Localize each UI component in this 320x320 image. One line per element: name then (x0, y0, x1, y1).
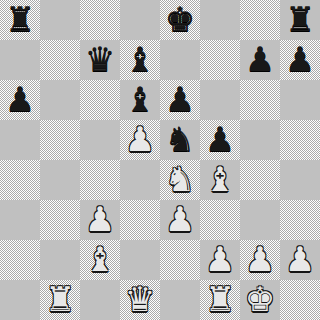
square-g6[interactable] (240, 80, 280, 120)
square-c7[interactable]: ♛ (80, 40, 120, 80)
square-a6[interactable]: ♟ (0, 80, 40, 120)
square-f7[interactable] (200, 40, 240, 80)
square-f6[interactable] (200, 80, 240, 120)
square-e4[interactable]: ♞ (160, 160, 200, 200)
square-c3[interactable]: ♟ (80, 200, 120, 240)
square-c4[interactable] (80, 160, 120, 200)
piece-black-bishop: ♝ (125, 42, 155, 76)
square-d5[interactable]: ♟ (120, 120, 160, 160)
square-e5[interactable]: ♞ (160, 120, 200, 160)
piece-white-rook: ♜ (45, 282, 75, 316)
piece-black-pawn: ♟ (5, 82, 35, 116)
square-d4[interactable] (120, 160, 160, 200)
square-h3[interactable] (280, 200, 320, 240)
square-e6[interactable]: ♟ (160, 80, 200, 120)
square-g3[interactable] (240, 200, 280, 240)
piece-white-pawn: ♟ (125, 122, 155, 156)
piece-black-king: ♚ (165, 2, 195, 36)
square-d6[interactable]: ♝ (120, 80, 160, 120)
square-g8[interactable] (240, 0, 280, 40)
square-b4[interactable] (40, 160, 80, 200)
square-b5[interactable] (40, 120, 80, 160)
square-d1[interactable]: ♛ (120, 280, 160, 320)
square-f1[interactable]: ♜ (200, 280, 240, 320)
piece-black-knight: ♞ (165, 122, 195, 156)
square-b1[interactable]: ♜ (40, 280, 80, 320)
square-a5[interactable] (0, 120, 40, 160)
piece-white-knight: ♞ (165, 162, 195, 196)
square-d7[interactable]: ♝ (120, 40, 160, 80)
square-a4[interactable] (0, 160, 40, 200)
square-g5[interactable] (240, 120, 280, 160)
piece-black-queen: ♛ (85, 42, 115, 76)
piece-white-pawn: ♟ (205, 242, 235, 276)
square-d8[interactable] (120, 0, 160, 40)
square-f3[interactable] (200, 200, 240, 240)
square-h7[interactable]: ♟ (280, 40, 320, 80)
square-a1[interactable] (0, 280, 40, 320)
square-g2[interactable]: ♟ (240, 240, 280, 280)
square-g1[interactable]: ♚ (240, 280, 280, 320)
piece-white-pawn: ♟ (165, 202, 195, 236)
square-e1[interactable] (160, 280, 200, 320)
piece-black-pawn: ♟ (165, 82, 195, 116)
piece-white-pawn: ♟ (245, 242, 275, 276)
square-h1[interactable] (280, 280, 320, 320)
square-d3[interactable] (120, 200, 160, 240)
piece-black-bishop: ♝ (125, 82, 155, 116)
square-h5[interactable] (280, 120, 320, 160)
square-f4[interactable]: ♝ (200, 160, 240, 200)
piece-black-pawn: ♟ (285, 42, 315, 76)
chess-board: ♜♚♜♛♝♟♟♟♝♟♟♞♟♞♝♟♟♝♟♟♟♜♛♜♚ (0, 0, 320, 320)
square-c1[interactable] (80, 280, 120, 320)
square-h2[interactable]: ♟ (280, 240, 320, 280)
square-c6[interactable] (80, 80, 120, 120)
chess-app-window: ♜♚♜♛♝♟♟♟♝♟♟♞♟♞♝♟♟♝♟♟♟♜♛♜♚ (0, 0, 320, 320)
square-c2[interactable]: ♝ (80, 240, 120, 280)
piece-white-king: ♚ (245, 282, 275, 316)
square-h4[interactable] (280, 160, 320, 200)
piece-black-pawn: ♟ (245, 42, 275, 76)
square-c8[interactable] (80, 0, 120, 40)
square-a2[interactable] (0, 240, 40, 280)
piece-black-rook: ♜ (285, 2, 315, 36)
square-b2[interactable] (40, 240, 80, 280)
square-e3[interactable]: ♟ (160, 200, 200, 240)
square-f2[interactable]: ♟ (200, 240, 240, 280)
square-a7[interactable] (0, 40, 40, 80)
piece-white-rook: ♜ (205, 282, 235, 316)
piece-white-bishop: ♝ (205, 162, 235, 196)
square-f5[interactable]: ♟ (200, 120, 240, 160)
square-b3[interactable] (40, 200, 80, 240)
square-c5[interactable] (80, 120, 120, 160)
square-d2[interactable] (120, 240, 160, 280)
square-h6[interactable] (280, 80, 320, 120)
piece-white-bishop: ♝ (85, 242, 115, 276)
square-g4[interactable] (240, 160, 280, 200)
square-h8[interactable]: ♜ (280, 0, 320, 40)
square-b6[interactable] (40, 80, 80, 120)
square-f8[interactable] (200, 0, 240, 40)
piece-black-pawn: ♟ (205, 122, 235, 156)
square-b8[interactable] (40, 0, 80, 40)
square-a3[interactable] (0, 200, 40, 240)
square-e7[interactable] (160, 40, 200, 80)
square-g7[interactable]: ♟ (240, 40, 280, 80)
piece-black-rook: ♜ (5, 2, 35, 36)
square-e2[interactable] (160, 240, 200, 280)
piece-white-queen: ♛ (125, 282, 155, 316)
square-e8[interactable]: ♚ (160, 0, 200, 40)
square-a8[interactable]: ♜ (0, 0, 40, 40)
square-b7[interactable] (40, 40, 80, 80)
piece-white-pawn: ♟ (85, 202, 115, 236)
piece-white-pawn: ♟ (285, 242, 315, 276)
